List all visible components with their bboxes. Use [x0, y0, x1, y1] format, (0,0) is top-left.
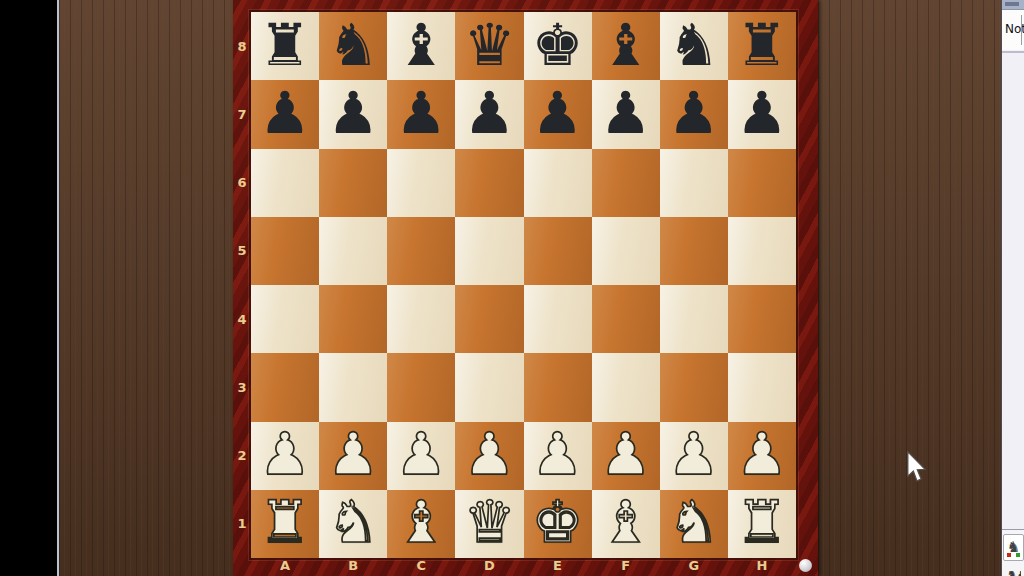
rank-label-5: 5 — [233, 217, 251, 285]
black-rook-a8[interactable]: ♜ — [259, 16, 311, 77]
white-pawn-g2[interactable]: ♟ — [668, 425, 720, 486]
square-h7[interactable]: ♟ — [728, 80, 796, 148]
square-g7[interactable]: ♟ — [660, 80, 728, 148]
black-rook-h8[interactable]: ♜ — [736, 16, 788, 77]
square-a5[interactable] — [251, 217, 319, 285]
square-h8[interactable]: ♜ — [728, 12, 796, 80]
square-a4[interactable] — [251, 285, 319, 353]
square-c7[interactable]: ♟ — [387, 80, 455, 148]
clipped-toolbar-icon: ♞♟ — [1007, 571, 1021, 576]
square-f1[interactable]: ♝ — [592, 490, 660, 558]
white-knight-b1[interactable]: ♞ — [327, 493, 379, 554]
square-b2[interactable]: ♟ — [319, 422, 387, 490]
file-label-d: D — [455, 558, 523, 576]
square-b6[interactable] — [319, 149, 387, 217]
square-h2[interactable]: ♟ — [728, 422, 796, 490]
wood-background-right — [818, 0, 1001, 576]
square-e3[interactable] — [524, 353, 592, 421]
white-pawn-h2[interactable]: ♟ — [736, 425, 788, 486]
white-pawn-f2[interactable]: ♟ — [600, 425, 652, 486]
black-queen-d8[interactable]: ♛ — [463, 16, 515, 77]
white-queen-d1[interactable]: ♛ — [463, 493, 515, 554]
square-e7[interactable]: ♟ — [524, 80, 592, 148]
white-pawn-d2[interactable]: ♟ — [463, 425, 515, 486]
square-a1[interactable]: ♜ — [251, 490, 319, 558]
square-b5[interactable] — [319, 217, 387, 285]
square-f7[interactable]: ♟ — [592, 80, 660, 148]
square-a2[interactable]: ♟ — [251, 422, 319, 490]
file-label-a: A — [251, 558, 319, 576]
square-b3[interactable] — [319, 353, 387, 421]
panel-footer: ♞ ♞♟ — [1002, 529, 1024, 576]
square-g3[interactable] — [660, 353, 728, 421]
square-h3[interactable] — [728, 353, 796, 421]
rank-labels: 87654321 — [233, 12, 251, 558]
square-e5[interactable] — [524, 217, 592, 285]
panel-title-bar — [1002, 0, 1024, 10]
black-pawn-e7[interactable]: ♟ — [532, 84, 584, 145]
board-corner-dot — [799, 559, 812, 572]
square-f8[interactable]: ♝ — [592, 12, 660, 80]
square-c8[interactable]: ♝ — [387, 12, 455, 80]
black-pawn-a7[interactable]: ♟ — [259, 84, 311, 145]
engine-button[interactable]: ♞ — [1003, 534, 1024, 561]
file-label-e: E — [524, 558, 592, 576]
square-g6[interactable] — [660, 149, 728, 217]
square-g4[interactable] — [660, 285, 728, 353]
black-pawn-g7[interactable]: ♟ — [668, 84, 720, 145]
file-label-f: F — [592, 558, 660, 576]
engine-green-dot — [1016, 553, 1020, 557]
square-g8[interactable]: ♞ — [660, 12, 728, 80]
square-d8[interactable]: ♛ — [455, 12, 523, 80]
square-f3[interactable] — [592, 353, 660, 421]
square-d2[interactable]: ♟ — [455, 422, 523, 490]
tab-notation[interactable]: Not — [1002, 10, 1024, 50]
square-d4[interactable] — [455, 285, 523, 353]
white-pawn-b2[interactable]: ♟ — [327, 425, 379, 486]
square-e8[interactable]: ♚ — [524, 12, 592, 80]
square-b7[interactable]: ♟ — [319, 80, 387, 148]
rank-label-4: 4 — [233, 285, 251, 353]
square-c1[interactable]: ♝ — [387, 490, 455, 558]
rank-label-2: 2 — [233, 422, 251, 490]
wood-background-left — [59, 0, 233, 576]
rank-label-7: 7 — [233, 80, 251, 148]
file-labels: ABCDEFGH — [251, 558, 796, 576]
square-a7[interactable]: ♟ — [251, 80, 319, 148]
square-e4[interactable] — [524, 285, 592, 353]
white-rook-a1[interactable]: ♜ — [259, 493, 311, 554]
rank-label-8: 8 — [233, 12, 251, 80]
square-a6[interactable] — [251, 149, 319, 217]
black-pawn-b7[interactable]: ♟ — [327, 84, 379, 145]
black-pawn-d7[interactable]: ♟ — [463, 84, 515, 145]
square-c6[interactable] — [387, 149, 455, 217]
square-e6[interactable] — [524, 149, 592, 217]
notation-panel-body — [1002, 53, 1024, 529]
black-king-e8[interactable]: ♚ — [532, 16, 584, 77]
black-pawn-c7[interactable]: ♟ — [395, 84, 447, 145]
square-d5[interactable] — [455, 217, 523, 285]
black-pawn-f7[interactable]: ♟ — [600, 84, 652, 145]
white-pawn-a2[interactable]: ♟ — [259, 425, 311, 486]
square-g1[interactable]: ♞ — [660, 490, 728, 558]
square-g2[interactable]: ♟ — [660, 422, 728, 490]
white-pawn-e2[interactable]: ♟ — [532, 425, 584, 486]
chess-board[interactable]: ♜♞♝♛♚♝♞♜♟♟♟♟♟♟♟♟♟♟♟♟♟♟♟♟♜♞♝♛♚♝♞♜ — [251, 12, 796, 558]
square-d6[interactable] — [455, 149, 523, 217]
black-bishop-f8[interactable]: ♝ — [600, 16, 652, 77]
white-rook-h1[interactable]: ♜ — [736, 493, 788, 554]
white-pawn-c2[interactable]: ♟ — [395, 425, 447, 486]
square-e2[interactable]: ♟ — [524, 422, 592, 490]
chess-board-frame: ♜♞♝♛♚♝♞♜♟♟♟♟♟♟♟♟♟♟♟♟♟♟♟♟♜♞♝♛♚♝♞♜ 8765432… — [233, 0, 818, 576]
black-knight-g8[interactable]: ♞ — [668, 16, 720, 77]
file-label-g: G — [660, 558, 728, 576]
white-bishop-c1[interactable]: ♝ — [395, 493, 447, 554]
mouse-cursor — [906, 451, 928, 487]
square-h1[interactable]: ♜ — [728, 490, 796, 558]
square-g5[interactable] — [660, 217, 728, 285]
black-bishop-c8[interactable]: ♝ — [395, 16, 447, 77]
square-a3[interactable] — [251, 353, 319, 421]
rank-label-6: 6 — [233, 149, 251, 217]
black-pawn-h7[interactable]: ♟ — [736, 84, 788, 145]
black-knight-b8[interactable]: ♞ — [327, 16, 379, 77]
square-f6[interactable] — [592, 149, 660, 217]
square-d1[interactable]: ♛ — [455, 490, 523, 558]
square-b4[interactable] — [319, 285, 387, 353]
square-c3[interactable] — [387, 353, 455, 421]
square-a8[interactable]: ♜ — [251, 12, 319, 80]
notation-panel: Not ♞ ♞♟ — [1001, 0, 1024, 576]
white-knight-g1[interactable]: ♞ — [668, 493, 720, 554]
white-bishop-f1[interactable]: ♝ — [600, 493, 652, 554]
square-d3[interactable] — [455, 353, 523, 421]
file-label-c: C — [387, 558, 455, 576]
square-c4[interactable] — [387, 285, 455, 353]
square-h5[interactable] — [728, 217, 796, 285]
white-king-e1[interactable]: ♚ — [532, 493, 584, 554]
square-c2[interactable]: ♟ — [387, 422, 455, 490]
square-e1[interactable]: ♚ — [524, 490, 592, 558]
file-label-b: B — [319, 558, 387, 576]
square-b8[interactable]: ♞ — [319, 12, 387, 80]
rank-label-3: 3 — [233, 353, 251, 421]
square-h6[interactable] — [728, 149, 796, 217]
square-b1[interactable]: ♞ — [319, 490, 387, 558]
engine-red-dot — [1007, 553, 1011, 557]
square-d7[interactable]: ♟ — [455, 80, 523, 148]
square-c5[interactable] — [387, 217, 455, 285]
square-f4[interactable] — [592, 285, 660, 353]
square-h4[interactable] — [728, 285, 796, 353]
square-f2[interactable]: ♟ — [592, 422, 660, 490]
file-label-h: H — [728, 558, 796, 576]
square-f5[interactable] — [592, 217, 660, 285]
rank-label-1: 1 — [233, 490, 251, 558]
